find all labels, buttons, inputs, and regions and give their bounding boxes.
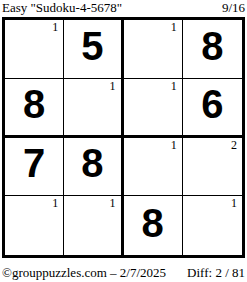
sudoku-cell-r4c1[interactable]: 1: [5, 196, 64, 255]
pencil-mark: 1: [171, 139, 177, 152]
sudoku-cell-r1c2[interactable]: 5: [64, 20, 123, 79]
pencil-mark: 1: [52, 21, 58, 34]
sudoku-cell-r1c4[interactable]: 8: [183, 20, 242, 79]
cell-value: 8: [142, 203, 164, 243]
sudoku-cell-r1c3[interactable]: 1: [124, 20, 183, 79]
sudoku-grid: 1518811678121181: [2, 17, 245, 258]
pencil-mark: 1: [231, 197, 237, 210]
puzzle-title: Easy "Sudoku-4-5678": [2, 0, 122, 15]
sudoku-cell-r3c2[interactable]: 8: [64, 138, 123, 197]
sudoku-cell-r4c3[interactable]: 8: [124, 196, 183, 255]
sudoku-page: { "game": "Sudoku 4x4 (digits 5-8)", "po…: [0, 0, 247, 282]
sudoku-cell-r3c3[interactable]: 1: [124, 138, 183, 197]
sudoku-cell-r3c1[interactable]: 7: [5, 138, 64, 197]
cell-value: 7: [23, 143, 45, 183]
sudoku-cell-r2c1[interactable]: 8: [5, 79, 64, 138]
sudoku-cell-r2c4[interactable]: 6: [183, 79, 242, 138]
header: Easy "Sudoku-4-5678" 9/16: [2, 0, 245, 15]
cell-value: 8: [23, 84, 45, 124]
sudoku-cell-r2c3[interactable]: 1: [124, 79, 183, 138]
sudoku-cell-r4c2[interactable]: 1: [64, 196, 123, 255]
pencil-mark: 2: [231, 139, 237, 152]
cell-value: 6: [201, 84, 223, 124]
cell-value: 8: [201, 26, 223, 66]
pencil-mark: 1: [110, 80, 116, 93]
pencil-mark: 1: [110, 197, 116, 210]
pencil-mark: 1: [171, 21, 177, 34]
cell-value: 8: [81, 143, 103, 183]
difficulty-text: Diff: 2 / 81: [187, 265, 245, 280]
copyright-text: ©grouppuzzles.com – 2/7/2025: [2, 265, 166, 280]
sudoku-cell-r4c4[interactable]: 1: [183, 196, 242, 255]
footer: ©grouppuzzles.com – 2/7/2025 Diff: 2 / 8…: [2, 265, 245, 281]
pencil-mark: 1: [171, 80, 177, 93]
puzzle-counter: 9/16: [222, 0, 245, 15]
pencil-mark: 1: [52, 197, 58, 210]
sudoku-cell-r3c4[interactable]: 2: [183, 138, 242, 197]
cell-value: 5: [81, 26, 103, 66]
sudoku-cell-r1c1[interactable]: 1: [5, 20, 64, 79]
sudoku-cell-r2c2[interactable]: 1: [64, 79, 123, 138]
